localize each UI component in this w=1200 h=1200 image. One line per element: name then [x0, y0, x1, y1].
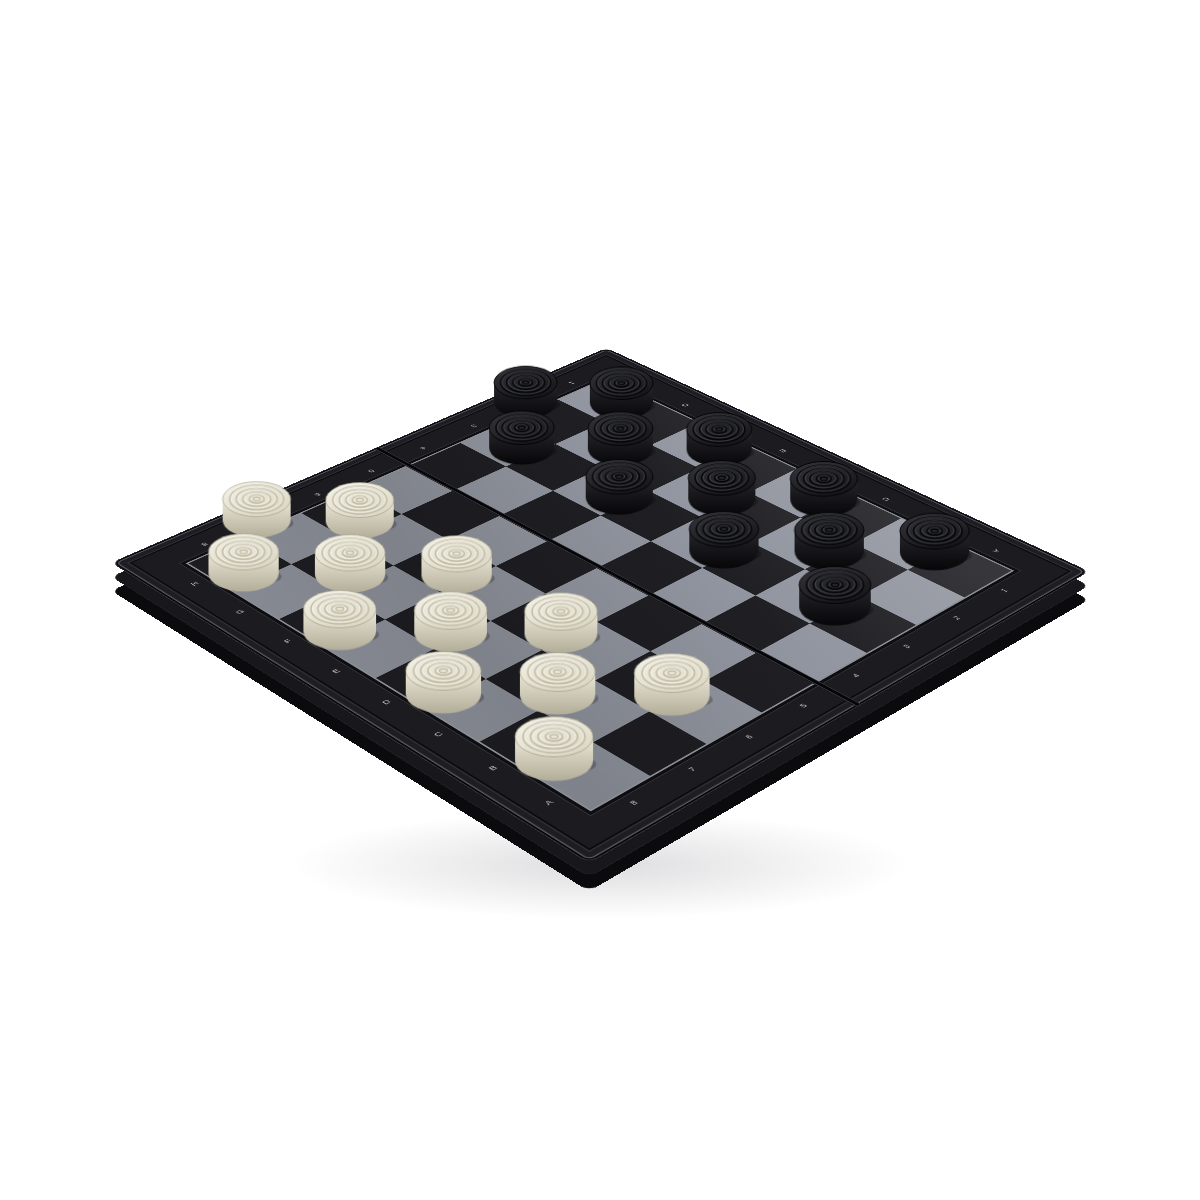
white-checker-graphic: [402, 651, 484, 717]
white-checker-graphic: [521, 592, 600, 656]
white-checker-graphic: [323, 482, 397, 542]
white-checker-graphic: [312, 534, 388, 596]
checkers-board: HGFEDCBA HGFEDCBA 12345678 12345678: [111, 348, 1089, 864]
white-checker-graphic: [300, 590, 379, 654]
white-checker-graphic: [631, 653, 713, 719]
black-checker-graphic: [897, 513, 972, 574]
white-checker-graphic: [512, 716, 597, 785]
black-checker-graphic: [686, 511, 761, 572]
black-checker-graphic: [796, 566, 874, 629]
product-photo-scene: HGFEDCBA HGFEDCBA 12345678 12345678: [0, 0, 1200, 1200]
white-checker-graphic: [205, 533, 281, 595]
white-checker-graphic: [219, 481, 293, 541]
white-checker-graphic: [517, 652, 599, 718]
white-checker-graphic: [419, 535, 496, 597]
black-checker-graphic: [792, 512, 867, 573]
white-checker-graphic: [411, 591, 490, 655]
